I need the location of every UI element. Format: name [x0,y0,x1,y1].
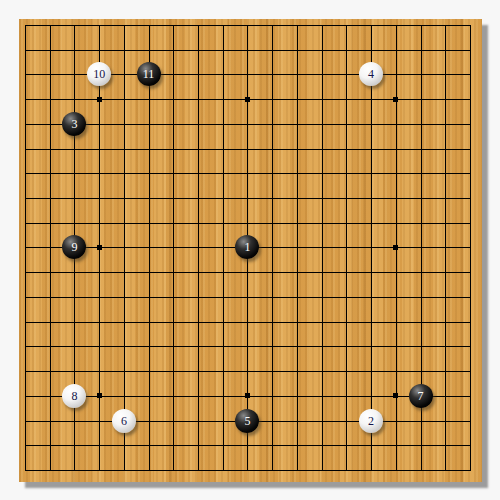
star-point [245,393,250,398]
star-point [393,245,398,250]
move-number: 10 [93,68,105,80]
move-number: 1 [244,241,250,253]
move-number: 7 [418,390,424,402]
star-point [97,245,102,250]
move-number: 5 [244,415,250,427]
star-point [393,393,398,398]
board-grid[interactable]: 1234567891011 [13,13,483,483]
goban[interactable]: 1234567891011 [19,19,482,482]
black-stone: 7 [409,384,433,408]
black-stone: 1 [235,235,259,259]
white-stone: 8 [62,384,86,408]
move-number: 9 [71,241,77,253]
white-stone: 2 [359,409,383,433]
star-point [393,97,398,102]
white-stone: 6 [112,409,136,433]
move-number: 4 [368,68,374,80]
move-number: 6 [121,415,127,427]
move-number: 2 [368,415,374,427]
star-point [97,393,102,398]
black-stone: 3 [62,112,86,136]
black-stone: 5 [235,409,259,433]
move-number: 8 [71,390,77,402]
move-number: 3 [71,118,77,130]
white-stone: 10 [87,62,111,86]
black-stone: 9 [62,235,86,259]
page: { "game": "go", "board": { "size": 19, "… [0,0,500,500]
white-stone: 4 [359,62,383,86]
star-point [245,97,250,102]
star-point [97,97,102,102]
black-stone: 11 [137,62,161,86]
move-number: 11 [143,68,155,80]
